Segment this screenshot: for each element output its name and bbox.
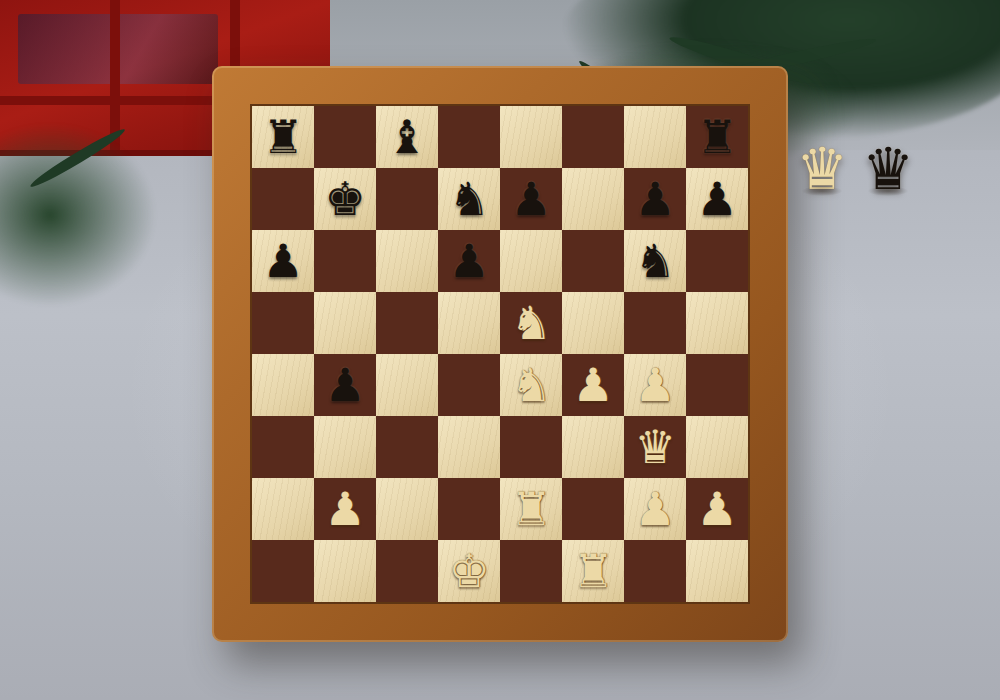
- black-pawn[interactable]: ♟: [696, 176, 737, 222]
- piece-shadow: [802, 186, 842, 196]
- square-h7[interactable]: ♟: [686, 168, 748, 230]
- square-g7[interactable]: ♟: [624, 168, 686, 230]
- black-knight[interactable]: ♞: [448, 176, 489, 222]
- square-b3[interactable]: [314, 416, 376, 478]
- chess-board: ♜♝♜♚♞♟♟♟♟♟♞♞♟♞♟♟♛♟♜♟♟♚♜: [252, 106, 748, 602]
- square-f7[interactable]: [562, 168, 624, 230]
- square-a8[interactable]: ♜: [252, 106, 314, 168]
- square-b8[interactable]: [314, 106, 376, 168]
- black-knight[interactable]: ♞: [634, 238, 675, 284]
- square-h6[interactable]: [686, 230, 748, 292]
- square-b4[interactable]: ♟: [314, 354, 376, 416]
- square-e2[interactable]: ♜: [500, 478, 562, 540]
- square-a1[interactable]: [252, 540, 314, 602]
- square-e6[interactable]: [500, 230, 562, 292]
- square-f8[interactable]: [562, 106, 624, 168]
- square-a6[interactable]: ♟: [252, 230, 314, 292]
- white-knight[interactable]: ♞: [510, 300, 551, 346]
- white-pawn[interactable]: ♟: [324, 486, 365, 532]
- piece-shadow: [868, 186, 908, 196]
- square-c8[interactable]: ♝: [376, 106, 438, 168]
- square-c6[interactable]: [376, 230, 438, 292]
- square-c5[interactable]: [376, 292, 438, 354]
- square-f6[interactable]: [562, 230, 624, 292]
- black-rook[interactable]: ♜: [696, 114, 737, 160]
- black-pawn[interactable]: ♟: [448, 238, 489, 284]
- square-c4[interactable]: [376, 354, 438, 416]
- square-d4[interactable]: [438, 354, 500, 416]
- square-g6[interactable]: ♞: [624, 230, 686, 292]
- square-f1[interactable]: ♜: [562, 540, 624, 602]
- square-a2[interactable]: [252, 478, 314, 540]
- square-h2[interactable]: ♟: [686, 478, 748, 540]
- black-pawn[interactable]: ♟: [510, 176, 551, 222]
- square-b1[interactable]: [314, 540, 376, 602]
- black-pawn[interactable]: ♟: [324, 362, 365, 408]
- square-g2[interactable]: ♟: [624, 478, 686, 540]
- square-f2[interactable]: [562, 478, 624, 540]
- square-h3[interactable]: [686, 416, 748, 478]
- square-c2[interactable]: [376, 478, 438, 540]
- square-b2[interactable]: ♟: [314, 478, 376, 540]
- board-frame: ♜♝♜♚♞♟♟♟♟♟♞♞♟♞♟♟♛♟♜♟♟♚♜: [212, 66, 788, 642]
- square-f4[interactable]: ♟: [562, 354, 624, 416]
- square-g8[interactable]: [624, 106, 686, 168]
- square-e7[interactable]: ♟: [500, 168, 562, 230]
- square-d8[interactable]: [438, 106, 500, 168]
- white-pawn[interactable]: ♟: [696, 486, 737, 532]
- square-a5[interactable]: [252, 292, 314, 354]
- white-king[interactable]: ♚: [448, 548, 489, 594]
- black-bishop[interactable]: ♝: [386, 114, 427, 160]
- square-e1[interactable]: [500, 540, 562, 602]
- black-pawn[interactable]: ♟: [634, 176, 675, 222]
- square-d1[interactable]: ♚: [438, 540, 500, 602]
- white-knight[interactable]: ♞: [510, 362, 551, 408]
- square-e4[interactable]: ♞: [500, 354, 562, 416]
- square-h5[interactable]: [686, 292, 748, 354]
- square-b6[interactable]: [314, 230, 376, 292]
- square-f3[interactable]: [562, 416, 624, 478]
- white-rook[interactable]: ♜: [510, 486, 551, 532]
- square-h4[interactable]: [686, 354, 748, 416]
- black-rook[interactable]: ♜: [262, 114, 303, 160]
- white-queen[interactable]: ♛: [634, 424, 675, 470]
- white-pawn[interactable]: ♟: [634, 486, 675, 532]
- square-e8[interactable]: [500, 106, 562, 168]
- white-queen-offboard: ♛: [796, 140, 848, 198]
- square-d3[interactable]: [438, 416, 500, 478]
- square-a3[interactable]: [252, 416, 314, 478]
- white-pawn[interactable]: ♟: [634, 362, 675, 408]
- square-h8[interactable]: ♜: [686, 106, 748, 168]
- square-d2[interactable]: [438, 478, 500, 540]
- square-e5[interactable]: ♞: [500, 292, 562, 354]
- square-b5[interactable]: [314, 292, 376, 354]
- square-g3[interactable]: ♛: [624, 416, 686, 478]
- white-pawn[interactable]: ♟: [572, 362, 613, 408]
- square-a4[interactable]: [252, 354, 314, 416]
- black-king[interactable]: ♚: [324, 176, 365, 222]
- square-h1[interactable]: [686, 540, 748, 602]
- square-d7[interactable]: ♞: [438, 168, 500, 230]
- square-d6[interactable]: ♟: [438, 230, 500, 292]
- square-g1[interactable]: [624, 540, 686, 602]
- square-c1[interactable]: [376, 540, 438, 602]
- square-d5[interactable]: [438, 292, 500, 354]
- white-rook[interactable]: ♜: [572, 548, 613, 594]
- square-b7[interactable]: ♚: [314, 168, 376, 230]
- square-c3[interactable]: [376, 416, 438, 478]
- square-f5[interactable]: [562, 292, 624, 354]
- square-e3[interactable]: [500, 416, 562, 478]
- offboard-queens-tray: ♛♛: [796, 78, 986, 198]
- black-queen-offboard: ♛: [862, 140, 914, 198]
- black-pawn[interactable]: ♟: [262, 238, 303, 284]
- photo-scene: ♜♝♜♚♞♟♟♟♟♟♞♞♟♞♟♟♛♟♜♟♟♚♜ ♛♛: [0, 0, 1000, 700]
- square-c7[interactable]: [376, 168, 438, 230]
- square-g4[interactable]: ♟: [624, 354, 686, 416]
- square-g5[interactable]: [624, 292, 686, 354]
- square-a7[interactable]: [252, 168, 314, 230]
